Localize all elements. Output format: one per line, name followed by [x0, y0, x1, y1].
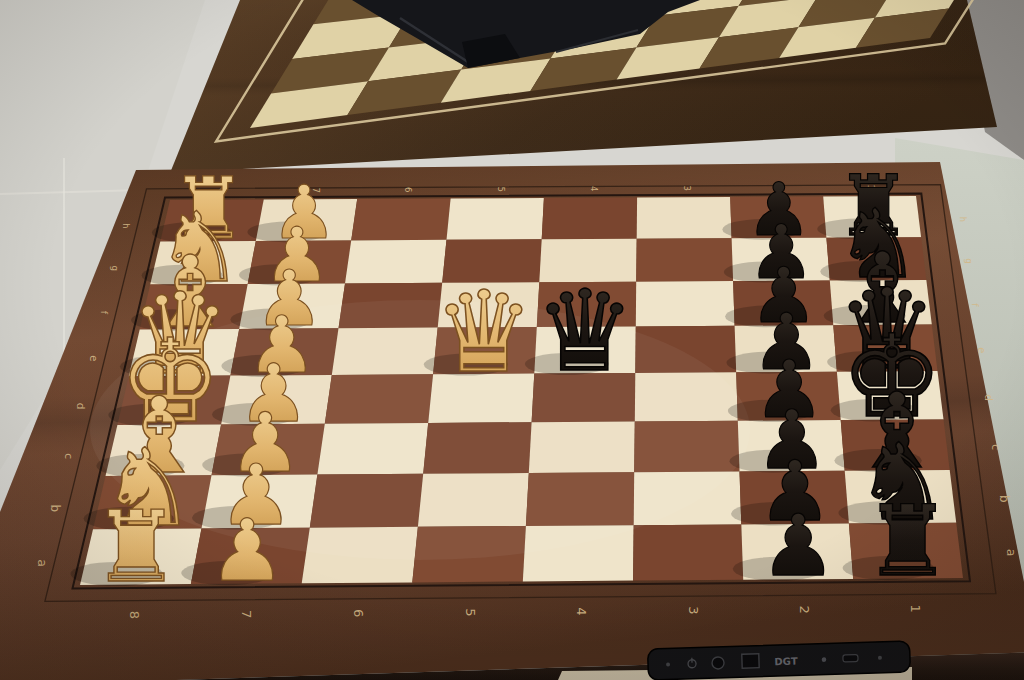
photo-vignette	[0, 0, 1024, 680]
chessboard-photo-scene: 8877665544332211hhggffeeddccbbaa♜♟♟♜♞♟♟♞…	[0, 0, 1024, 680]
scene-svg: 8877665544332211hhggffeeddccbbaa♜♟♟♜♞♟♟♞…	[0, 0, 1024, 680]
